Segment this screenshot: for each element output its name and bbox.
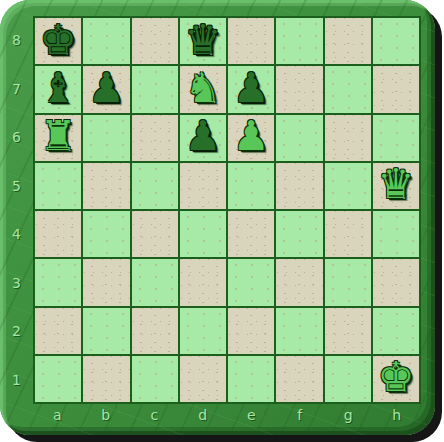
- piece-white-king[interactable]: ♚: [377, 357, 414, 398]
- square-c4[interactable]: [132, 211, 178, 257]
- square-b4[interactable]: [83, 211, 129, 257]
- square-b5[interactable]: [83, 163, 129, 209]
- square-c3[interactable]: [132, 259, 178, 305]
- square-c7[interactable]: [132, 66, 178, 112]
- square-e1[interactable]: [228, 356, 274, 402]
- square-a4[interactable]: [35, 211, 81, 257]
- square-f3[interactable]: [276, 259, 322, 305]
- file-label-b: b: [82, 402, 131, 428]
- square-b3[interactable]: [83, 259, 129, 305]
- square-d6[interactable]: ♟: [180, 115, 226, 161]
- square-e8[interactable]: [228, 18, 274, 64]
- rank-label-4: 4: [0, 210, 33, 259]
- square-h7[interactable]: [373, 66, 419, 112]
- file-label-c: c: [130, 402, 179, 428]
- square-a6[interactable]: ♜: [35, 115, 81, 161]
- square-b7[interactable]: ♟: [83, 66, 129, 112]
- square-a1[interactable]: [35, 356, 81, 402]
- rank-label-1: 1: [0, 356, 33, 405]
- rank-label-5: 5: [0, 162, 33, 211]
- square-a8[interactable]: ♚: [35, 18, 81, 64]
- file-label-f: f: [276, 402, 325, 428]
- square-e2[interactable]: [228, 308, 274, 354]
- square-a7[interactable]: ♝: [35, 66, 81, 112]
- square-d3[interactable]: [180, 259, 226, 305]
- square-d7[interactable]: ♞: [180, 66, 226, 112]
- rank-label-6: 6: [0, 113, 33, 162]
- piece-white-pawn[interactable]: ♟: [233, 116, 270, 157]
- square-h3[interactable]: [373, 259, 419, 305]
- square-b8[interactable]: [83, 18, 129, 64]
- square-e7[interactable]: ♟: [228, 66, 274, 112]
- piece-black-queen[interactable]: ♛: [184, 20, 221, 61]
- square-a2[interactable]: [35, 308, 81, 354]
- square-g2[interactable]: [325, 308, 371, 354]
- square-b1[interactable]: [83, 356, 129, 402]
- square-h8[interactable]: [373, 18, 419, 64]
- square-e5[interactable]: [228, 163, 274, 209]
- rank-labels: 87654321: [0, 16, 33, 404]
- square-e3[interactable]: [228, 259, 274, 305]
- file-label-g: g: [324, 402, 373, 428]
- square-h5[interactable]: ♛: [373, 163, 419, 209]
- rank-label-7: 7: [0, 65, 33, 114]
- square-d8[interactable]: ♛: [180, 18, 226, 64]
- piece-black-bishop[interactable]: ♝: [40, 68, 77, 109]
- chess-board[interactable]: ♚♛♝♟♞♟♜♟♟♛♚: [33, 16, 421, 404]
- square-d2[interactable]: [180, 308, 226, 354]
- square-b2[interactable]: [83, 308, 129, 354]
- square-c1[interactable]: [132, 356, 178, 402]
- square-a3[interactable]: [35, 259, 81, 305]
- square-f5[interactable]: [276, 163, 322, 209]
- piece-white-knight[interactable]: ♞: [184, 68, 221, 109]
- square-f2[interactable]: [276, 308, 322, 354]
- square-d5[interactable]: [180, 163, 226, 209]
- square-g3[interactable]: [325, 259, 371, 305]
- square-c5[interactable]: [132, 163, 178, 209]
- file-label-a: a: [33, 402, 82, 428]
- square-c2[interactable]: [132, 308, 178, 354]
- square-a5[interactable]: [35, 163, 81, 209]
- square-d1[interactable]: [180, 356, 226, 402]
- file-labels: abcdefgh: [33, 402, 421, 428]
- square-g4[interactable]: [325, 211, 371, 257]
- square-f1[interactable]: [276, 356, 322, 402]
- square-g1[interactable]: [325, 356, 371, 402]
- piece-black-pawn[interactable]: ♟: [233, 68, 270, 109]
- square-b6[interactable]: [83, 115, 129, 161]
- square-g7[interactable]: [325, 66, 371, 112]
- square-f6[interactable]: [276, 115, 322, 161]
- rank-label-3: 3: [0, 259, 33, 308]
- file-label-d: d: [179, 402, 228, 428]
- piece-black-pawn[interactable]: ♟: [88, 68, 125, 109]
- square-f4[interactable]: [276, 211, 322, 257]
- square-g6[interactable]: [325, 115, 371, 161]
- piece-black-king[interactable]: ♚: [40, 20, 77, 61]
- square-f8[interactable]: [276, 18, 322, 64]
- square-g5[interactable]: [325, 163, 371, 209]
- file-label-e: e: [227, 402, 276, 428]
- square-f7[interactable]: [276, 66, 322, 112]
- piece-white-queen[interactable]: ♛: [377, 164, 414, 205]
- square-h2[interactable]: [373, 308, 419, 354]
- rank-label-2: 2: [0, 307, 33, 356]
- square-h1[interactable]: ♚: [373, 356, 419, 402]
- square-h4[interactable]: [373, 211, 419, 257]
- square-g8[interactable]: [325, 18, 371, 64]
- square-c8[interactable]: [132, 18, 178, 64]
- rank-label-8: 8: [0, 16, 33, 65]
- piece-black-pawn[interactable]: ♟: [184, 116, 221, 157]
- square-e6[interactable]: ♟: [228, 115, 274, 161]
- square-d4[interactable]: [180, 211, 226, 257]
- square-h6[interactable]: [373, 115, 419, 161]
- square-c6[interactable]: [132, 115, 178, 161]
- square-e4[interactable]: [228, 211, 274, 257]
- file-label-h: h: [373, 402, 422, 428]
- piece-white-rook[interactable]: ♜: [40, 116, 77, 157]
